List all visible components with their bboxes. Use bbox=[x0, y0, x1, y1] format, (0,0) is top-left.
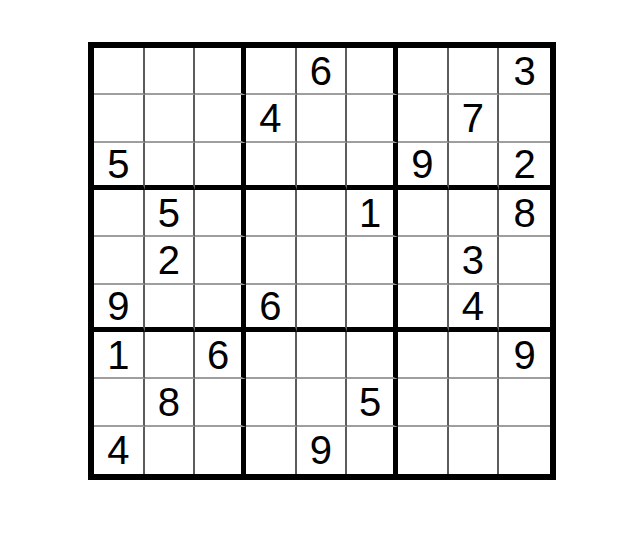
cell-r9c3[interactable] bbox=[195, 427, 246, 474]
sudoku-board: 6347592518239641698549 bbox=[88, 42, 556, 480]
cell-r7c3: 6 bbox=[195, 332, 246, 379]
cell-r1c4[interactable] bbox=[246, 48, 297, 95]
cell-r7c1: 1 bbox=[94, 332, 145, 379]
cell-r6c8: 4 bbox=[449, 285, 500, 332]
cell-r3c2[interactable] bbox=[145, 143, 196, 190]
cell-r8c5[interactable] bbox=[297, 379, 348, 426]
cell-r1c2[interactable] bbox=[145, 48, 196, 95]
cell-r6c5[interactable] bbox=[297, 285, 348, 332]
cell-r4c5[interactable] bbox=[297, 190, 348, 237]
cell-r4c2: 5 bbox=[145, 190, 196, 237]
cell-r8c1[interactable] bbox=[94, 379, 145, 426]
cell-r5c9[interactable] bbox=[499, 237, 550, 284]
cell-r1c8[interactable] bbox=[449, 48, 500, 95]
cell-r1c7[interactable] bbox=[398, 48, 449, 95]
cell-r4c9: 8 bbox=[499, 190, 550, 237]
cell-r5c2: 2 bbox=[145, 237, 196, 284]
cell-r6c3[interactable] bbox=[195, 285, 246, 332]
cell-r4c8[interactable] bbox=[449, 190, 500, 237]
cell-r5c1[interactable] bbox=[94, 237, 145, 284]
cell-r7c6[interactable] bbox=[347, 332, 398, 379]
cell-r5c3[interactable] bbox=[195, 237, 246, 284]
cell-r3c4[interactable] bbox=[246, 143, 297, 190]
cell-r1c1[interactable] bbox=[94, 48, 145, 95]
cell-r5c6[interactable] bbox=[347, 237, 398, 284]
cell-r3c1: 5 bbox=[94, 143, 145, 190]
cell-r8c3[interactable] bbox=[195, 379, 246, 426]
cell-r2c3[interactable] bbox=[195, 95, 246, 142]
cell-r3c9: 2 bbox=[499, 143, 550, 190]
cell-r9c5: 9 bbox=[297, 427, 348, 474]
cell-r9c4[interactable] bbox=[246, 427, 297, 474]
cell-r7c9: 9 bbox=[499, 332, 550, 379]
cell-r2c6[interactable] bbox=[347, 95, 398, 142]
cell-r5c4[interactable] bbox=[246, 237, 297, 284]
cell-r2c2[interactable] bbox=[145, 95, 196, 142]
cell-r4c3[interactable] bbox=[195, 190, 246, 237]
cell-r6c9[interactable] bbox=[499, 285, 550, 332]
cell-r8c6: 5 bbox=[347, 379, 398, 426]
cell-r9c9[interactable] bbox=[499, 427, 550, 474]
cell-r6c7[interactable] bbox=[398, 285, 449, 332]
cell-r7c7[interactable] bbox=[398, 332, 449, 379]
cell-r1c3[interactable] bbox=[195, 48, 246, 95]
cell-r8c8[interactable] bbox=[449, 379, 500, 426]
cell-r7c4[interactable] bbox=[246, 332, 297, 379]
cell-r4c4[interactable] bbox=[246, 190, 297, 237]
cell-r2c4: 4 bbox=[246, 95, 297, 142]
cell-r9c2[interactable] bbox=[145, 427, 196, 474]
cell-r9c7[interactable] bbox=[398, 427, 449, 474]
cell-r3c6[interactable] bbox=[347, 143, 398, 190]
cell-r9c8[interactable] bbox=[449, 427, 500, 474]
cell-r7c2[interactable] bbox=[145, 332, 196, 379]
cell-r3c5[interactable] bbox=[297, 143, 348, 190]
cell-r2c8: 7 bbox=[449, 95, 500, 142]
cell-r5c7[interactable] bbox=[398, 237, 449, 284]
cell-r5c8: 3 bbox=[449, 237, 500, 284]
cell-r2c9[interactable] bbox=[499, 95, 550, 142]
cell-r6c1: 9 bbox=[94, 285, 145, 332]
cell-r1c9: 3 bbox=[499, 48, 550, 95]
cell-r7c5[interactable] bbox=[297, 332, 348, 379]
cell-r4c7[interactable] bbox=[398, 190, 449, 237]
cell-r2c1[interactable] bbox=[94, 95, 145, 142]
cell-r3c8[interactable] bbox=[449, 143, 500, 190]
cell-r9c1: 4 bbox=[94, 427, 145, 474]
cell-r8c4[interactable] bbox=[246, 379, 297, 426]
cell-r8c7[interactable] bbox=[398, 379, 449, 426]
cell-r2c7[interactable] bbox=[398, 95, 449, 142]
cell-r5c5[interactable] bbox=[297, 237, 348, 284]
cell-r3c7: 9 bbox=[398, 143, 449, 190]
cell-r6c4: 6 bbox=[246, 285, 297, 332]
cell-r9c6[interactable] bbox=[347, 427, 398, 474]
cell-r8c9[interactable] bbox=[499, 379, 550, 426]
cell-r3c3[interactable] bbox=[195, 143, 246, 190]
cell-r4c6: 1 bbox=[347, 190, 398, 237]
cell-r6c6[interactable] bbox=[347, 285, 398, 332]
cell-r4c1[interactable] bbox=[94, 190, 145, 237]
cell-r8c2: 8 bbox=[145, 379, 196, 426]
cell-r7c8[interactable] bbox=[449, 332, 500, 379]
cell-r1c6[interactable] bbox=[347, 48, 398, 95]
cell-r2c5[interactable] bbox=[297, 95, 348, 142]
cell-r1c5: 6 bbox=[297, 48, 348, 95]
cell-r6c2[interactable] bbox=[145, 285, 196, 332]
